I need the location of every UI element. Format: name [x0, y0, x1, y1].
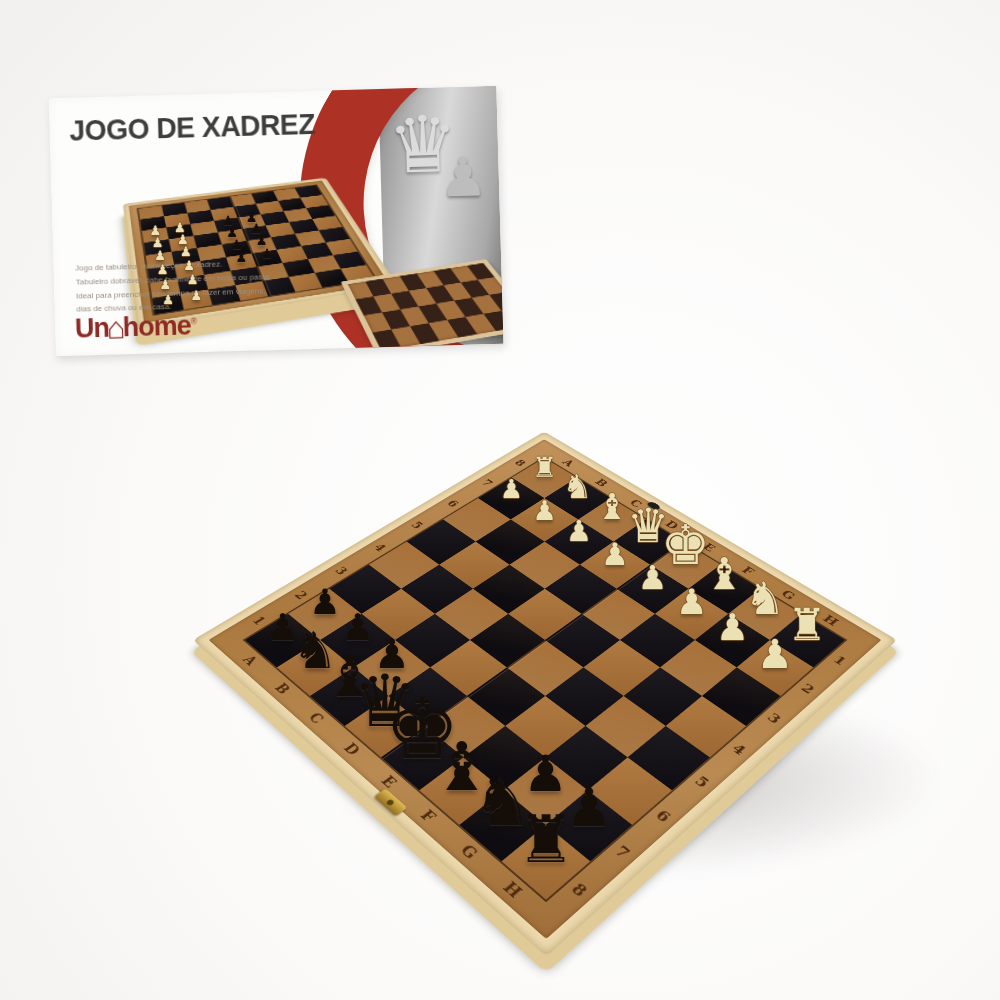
- board-scene: ABCDEFGHABCDEFGH8765432112345678: [0, 0, 1000, 1000]
- product-photo: ♛ ♟ JOGO DE XADREZ Jogo de tabuleiro, in…: [0, 0, 1000, 1000]
- chessboard: ABCDEFGHABCDEFGH8765432112345678: [193, 432, 897, 957]
